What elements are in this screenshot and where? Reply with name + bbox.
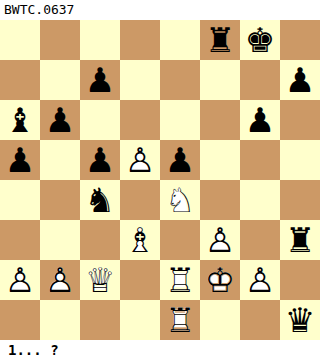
square-h8[interactable] (280, 20, 320, 60)
square-b2[interactable]: ♟♙ (40, 260, 80, 300)
square-d6[interactable] (120, 100, 160, 140)
square-f1[interactable] (200, 300, 240, 340)
square-f2[interactable]: ♚♔ (200, 260, 240, 300)
square-d5[interactable]: ♟♙ (120, 140, 160, 180)
white-pawn-icon: ♟♙ (200, 220, 240, 260)
black-rook-icon: ♜ (280, 220, 320, 260)
piece-outline-layer: ♙ (120, 140, 160, 180)
square-b4[interactable] (40, 180, 80, 220)
white-rook-icon: ♜♖ (160, 300, 200, 340)
square-a2[interactable]: ♟♙ (0, 260, 40, 300)
square-g1[interactable] (240, 300, 280, 340)
white-pawn-icon: ♟♙ (40, 260, 80, 300)
piece-outline-layer: ♙ (40, 260, 80, 300)
piece-solid-layer: ♞ (80, 180, 120, 220)
white-rook-icon: ♜♖ (160, 260, 200, 300)
black-pawn-icon: ♟ (240, 100, 280, 140)
black-knight-icon: ♞ (80, 180, 120, 220)
white-bishop-icon: ♝♗ (120, 220, 160, 260)
black-pawn-icon: ♟ (280, 60, 320, 100)
square-b6[interactable]: ♟ (40, 100, 80, 140)
square-h3[interactable]: ♜ (280, 220, 320, 260)
piece-outline-layer: ♔ (200, 260, 240, 300)
piece-solid-layer: ♟ (240, 100, 280, 140)
square-a5[interactable]: ♟ (0, 140, 40, 180)
square-f5[interactable] (200, 140, 240, 180)
square-d7[interactable] (120, 60, 160, 100)
square-g7[interactable] (240, 60, 280, 100)
piece-solid-layer: ♚ (240, 20, 280, 60)
square-c3[interactable] (80, 220, 120, 260)
piece-outline-layer: ♖ (160, 300, 200, 340)
square-c5[interactable]: ♟ (80, 140, 120, 180)
square-e8[interactable] (160, 20, 200, 60)
square-c6[interactable] (80, 100, 120, 140)
black-pawn-icon: ♟ (0, 140, 40, 180)
square-b1[interactable] (40, 300, 80, 340)
puzzle-title: BWTC.0637 (0, 0, 320, 20)
square-h1[interactable]: ♛ (280, 300, 320, 340)
square-d1[interactable] (120, 300, 160, 340)
piece-outline-layer: ♙ (200, 220, 240, 260)
square-a6[interactable]: ♝ (0, 100, 40, 140)
white-pawn-icon: ♟♙ (120, 140, 160, 180)
square-e3[interactable] (160, 220, 200, 260)
piece-solid-layer: ♜ (280, 220, 320, 260)
black-bishop-icon: ♝ (0, 100, 40, 140)
black-pawn-icon: ♟ (80, 140, 120, 180)
square-d4[interactable] (120, 180, 160, 220)
square-d2[interactable] (120, 260, 160, 300)
white-queen-icon: ♛♕ (80, 260, 120, 300)
square-f7[interactable] (200, 60, 240, 100)
square-h6[interactable] (280, 100, 320, 140)
piece-outline-layer: ♘ (160, 180, 200, 220)
square-e5[interactable]: ♟ (160, 140, 200, 180)
piece-solid-layer: ♟ (40, 100, 80, 140)
black-pawn-icon: ♟ (160, 140, 200, 180)
square-g3[interactable] (240, 220, 280, 260)
black-pawn-icon: ♟ (80, 60, 120, 100)
square-d8[interactable] (120, 20, 160, 60)
piece-outline-layer: ♙ (0, 260, 40, 300)
square-b8[interactable] (40, 20, 80, 60)
square-g6[interactable]: ♟ (240, 100, 280, 140)
square-c4[interactable]: ♞ (80, 180, 120, 220)
square-a1[interactable] (0, 300, 40, 340)
square-a4[interactable] (0, 180, 40, 220)
chess-board: ♜♚♟♟♝♟♟♟♟♟♙♟♞♞♘♝♗♟♙♜♟♙♟♙♛♕♜♖♚♔♟♙♜♖♛ (0, 20, 320, 340)
piece-outline-layer: ♕ (80, 260, 120, 300)
square-c1[interactable] (80, 300, 120, 340)
piece-solid-layer: ♜ (200, 20, 240, 60)
piece-outline-layer: ♗ (120, 220, 160, 260)
square-h2[interactable] (280, 260, 320, 300)
black-rook-icon: ♜ (200, 20, 240, 60)
black-king-icon: ♚ (240, 20, 280, 60)
square-a8[interactable] (0, 20, 40, 60)
piece-solid-layer: ♝ (0, 100, 40, 140)
piece-outline-layer: ♖ (160, 260, 200, 300)
square-g4[interactable] (240, 180, 280, 220)
square-f6[interactable] (200, 100, 240, 140)
move-prompt: 1... ? (0, 340, 320, 360)
black-queen-icon: ♛ (280, 300, 320, 340)
square-g8[interactable]: ♚ (240, 20, 280, 60)
piece-solid-layer: ♛ (280, 300, 320, 340)
square-e7[interactable] (160, 60, 200, 100)
square-f4[interactable] (200, 180, 240, 220)
piece-solid-layer: ♟ (280, 60, 320, 100)
piece-solid-layer: ♟ (80, 140, 120, 180)
white-king-icon: ♚♔ (200, 260, 240, 300)
square-a3[interactable] (0, 220, 40, 260)
square-e1[interactable]: ♜♖ (160, 300, 200, 340)
square-b7[interactable] (40, 60, 80, 100)
square-b5[interactable] (40, 140, 80, 180)
piece-solid-layer: ♟ (0, 140, 40, 180)
square-f8[interactable]: ♜ (200, 20, 240, 60)
square-f3[interactable]: ♟♙ (200, 220, 240, 260)
square-g2[interactable]: ♟♙ (240, 260, 280, 300)
square-c7[interactable]: ♟ (80, 60, 120, 100)
square-e6[interactable] (160, 100, 200, 140)
square-b3[interactable] (40, 220, 80, 260)
square-e4[interactable]: ♞♘ (160, 180, 200, 220)
square-e2[interactable]: ♜♖ (160, 260, 200, 300)
white-knight-icon: ♞♘ (160, 180, 200, 220)
white-pawn-icon: ♟♙ (0, 260, 40, 300)
square-c8[interactable] (80, 20, 120, 60)
white-pawn-icon: ♟♙ (240, 260, 280, 300)
piece-outline-layer: ♙ (240, 260, 280, 300)
black-pawn-icon: ♟ (40, 100, 80, 140)
square-c2[interactable]: ♛♕ (80, 260, 120, 300)
square-g5[interactable] (240, 140, 280, 180)
piece-solid-layer: ♟ (80, 60, 120, 100)
square-h7[interactable]: ♟ (280, 60, 320, 100)
square-a7[interactable] (0, 60, 40, 100)
square-h5[interactable] (280, 140, 320, 180)
square-d3[interactable]: ♝♗ (120, 220, 160, 260)
piece-solid-layer: ♟ (160, 140, 200, 180)
square-h4[interactable] (280, 180, 320, 220)
